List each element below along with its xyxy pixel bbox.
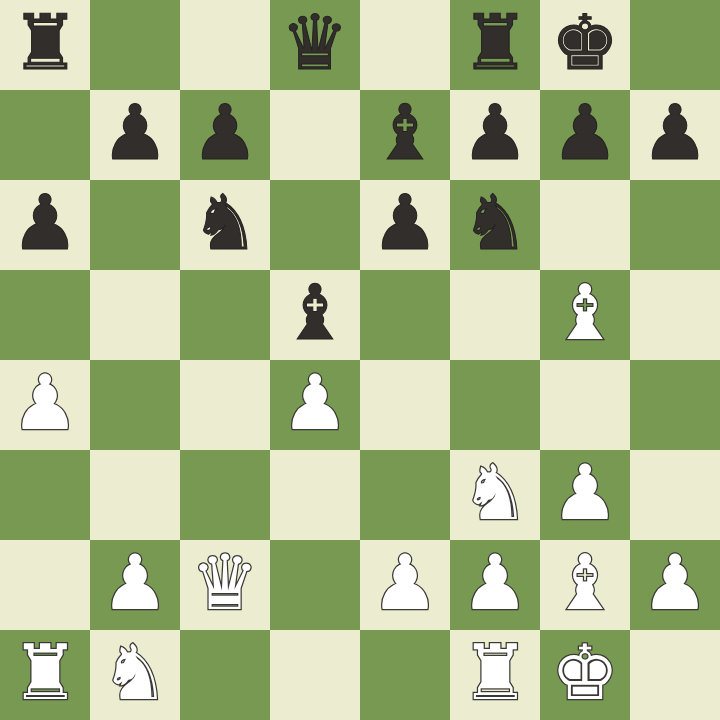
piece-black-rook[interactable]: ♜ [461, 0, 529, 88]
piece-white-pawn[interactable]: ♟ [101, 538, 169, 628]
chess-board: ♜♛♜♚♟♟♝♟♟♟♟♞♟♞♝♝♟♟♞♟♟♛♟♟♝♟♜♞♜♚ [0, 0, 720, 720]
piece-black-pawn[interactable]: ♟ [101, 88, 169, 178]
piece-black-bishop[interactable]: ♝ [371, 88, 439, 178]
square-d3[interactable] [270, 450, 360, 540]
square-d5[interactable]: ♝ [270, 270, 360, 360]
square-b2[interactable]: ♟ [90, 540, 180, 630]
square-f2[interactable]: ♟ [450, 540, 540, 630]
piece-white-pawn[interactable]: ♟ [371, 538, 439, 628]
square-h1[interactable] [630, 630, 720, 720]
piece-white-pawn[interactable]: ♟ [461, 538, 529, 628]
square-g3[interactable]: ♟ [540, 450, 630, 540]
square-b5[interactable] [90, 270, 180, 360]
square-h5[interactable] [630, 270, 720, 360]
square-d4[interactable]: ♟ [270, 360, 360, 450]
piece-black-knight[interactable]: ♞ [461, 178, 529, 268]
square-e4[interactable] [360, 360, 450, 450]
square-h6[interactable] [630, 180, 720, 270]
square-e1[interactable] [360, 630, 450, 720]
square-f4[interactable] [450, 360, 540, 450]
piece-white-knight[interactable]: ♞ [461, 448, 529, 538]
piece-black-pawn[interactable]: ♟ [641, 88, 709, 178]
square-e2[interactable]: ♟ [360, 540, 450, 630]
square-a6[interactable]: ♟ [0, 180, 90, 270]
square-e7[interactable]: ♝ [360, 90, 450, 180]
square-h7[interactable]: ♟ [630, 90, 720, 180]
square-f8[interactable]: ♜ [450, 0, 540, 90]
square-c7[interactable]: ♟ [180, 90, 270, 180]
square-h4[interactable] [630, 360, 720, 450]
square-f3[interactable]: ♞ [450, 450, 540, 540]
square-a5[interactable] [0, 270, 90, 360]
square-g7[interactable]: ♟ [540, 90, 630, 180]
square-a4[interactable]: ♟ [0, 360, 90, 450]
piece-white-pawn[interactable]: ♟ [641, 538, 709, 628]
piece-black-knight[interactable]: ♞ [191, 178, 259, 268]
square-c6[interactable]: ♞ [180, 180, 270, 270]
square-e3[interactable] [360, 450, 450, 540]
piece-white-queen[interactable]: ♛ [191, 538, 259, 628]
piece-white-pawn[interactable]: ♟ [281, 358, 349, 448]
square-c3[interactable] [180, 450, 270, 540]
piece-white-king[interactable]: ♚ [551, 628, 619, 718]
square-b6[interactable] [90, 180, 180, 270]
piece-white-knight[interactable]: ♞ [101, 628, 169, 718]
square-d6[interactable] [270, 180, 360, 270]
square-b1[interactable]: ♞ [90, 630, 180, 720]
square-d7[interactable] [270, 90, 360, 180]
piece-black-pawn[interactable]: ♟ [371, 178, 439, 268]
piece-black-king[interactable]: ♚ [551, 0, 619, 88]
square-f5[interactable] [450, 270, 540, 360]
piece-black-pawn[interactable]: ♟ [461, 88, 529, 178]
square-c5[interactable] [180, 270, 270, 360]
piece-white-pawn[interactable]: ♟ [11, 358, 79, 448]
piece-black-bishop[interactable]: ♝ [281, 268, 349, 358]
piece-black-pawn[interactable]: ♟ [551, 88, 619, 178]
piece-black-pawn[interactable]: ♟ [11, 178, 79, 268]
square-e5[interactable] [360, 270, 450, 360]
square-g6[interactable] [540, 180, 630, 270]
square-e8[interactable] [360, 0, 450, 90]
square-c2[interactable]: ♛ [180, 540, 270, 630]
square-g5[interactable]: ♝ [540, 270, 630, 360]
square-a2[interactable] [0, 540, 90, 630]
piece-white-rook[interactable]: ♜ [11, 628, 79, 718]
square-h3[interactable] [630, 450, 720, 540]
square-d1[interactable] [270, 630, 360, 720]
square-h8[interactable] [630, 0, 720, 90]
piece-black-queen[interactable]: ♛ [281, 0, 349, 88]
square-e6[interactable]: ♟ [360, 180, 450, 270]
piece-white-bishop[interactable]: ♝ [551, 538, 619, 628]
square-f7[interactable]: ♟ [450, 90, 540, 180]
square-a7[interactable] [0, 90, 90, 180]
piece-white-pawn[interactable]: ♟ [551, 448, 619, 538]
square-g8[interactable]: ♚ [540, 0, 630, 90]
square-b4[interactable] [90, 360, 180, 450]
square-f1[interactable]: ♜ [450, 630, 540, 720]
square-g1[interactable]: ♚ [540, 630, 630, 720]
square-a3[interactable] [0, 450, 90, 540]
square-c4[interactable] [180, 360, 270, 450]
square-c8[interactable] [180, 0, 270, 90]
square-b7[interactable]: ♟ [90, 90, 180, 180]
square-d2[interactable] [270, 540, 360, 630]
square-b3[interactable] [90, 450, 180, 540]
square-h2[interactable]: ♟ [630, 540, 720, 630]
square-f6[interactable]: ♞ [450, 180, 540, 270]
square-a1[interactable]: ♜ [0, 630, 90, 720]
piece-white-bishop[interactable]: ♝ [551, 268, 619, 358]
piece-black-pawn[interactable]: ♟ [191, 88, 259, 178]
square-g4[interactable] [540, 360, 630, 450]
piece-white-rook[interactable]: ♜ [461, 628, 529, 718]
piece-black-rook[interactable]: ♜ [11, 0, 79, 88]
square-a8[interactable]: ♜ [0, 0, 90, 90]
square-d8[interactable]: ♛ [270, 0, 360, 90]
square-g2[interactable]: ♝ [540, 540, 630, 630]
square-b8[interactable] [90, 0, 180, 90]
square-c1[interactable] [180, 630, 270, 720]
